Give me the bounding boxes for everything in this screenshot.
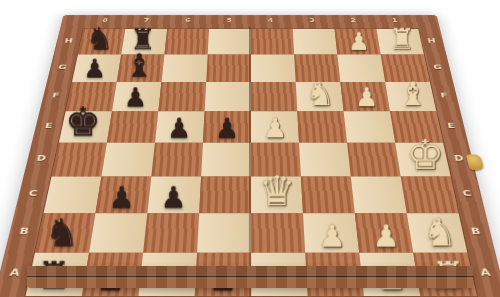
coordinate-label: E xyxy=(442,121,460,129)
coordinate-label: F xyxy=(436,91,453,99)
square-g5[interactable] xyxy=(206,54,251,81)
square-f1[interactable]: ♝ xyxy=(385,81,436,110)
coordinate-label: H xyxy=(424,37,440,44)
square-d5[interactable] xyxy=(201,142,251,176)
square-f8[interactable] xyxy=(66,81,117,110)
coordinate-label: 2 xyxy=(346,17,361,23)
coordinate-label: 3 xyxy=(305,17,319,23)
square-g4[interactable] xyxy=(251,54,296,81)
square-f4[interactable] xyxy=(251,81,297,110)
square-e7[interactable] xyxy=(107,111,158,142)
square-e3[interactable] xyxy=(297,111,347,142)
square-c3[interactable] xyxy=(301,176,355,213)
square-d3[interactable] xyxy=(299,142,351,176)
black-pawn-piece[interactable]: ♟ xyxy=(89,182,154,211)
black-pawn-piece[interactable]: ♟ xyxy=(141,182,206,211)
coordinate-label: 4 xyxy=(264,17,278,23)
coordinate-label: 5 xyxy=(222,17,236,23)
square-h7[interactable]: ♜ xyxy=(121,29,167,55)
square-b3[interactable]: ♟ xyxy=(303,213,359,253)
square-g1[interactable] xyxy=(381,54,430,81)
coordinate-label: H xyxy=(61,37,77,44)
square-b1[interactable]: ♞ xyxy=(407,213,468,253)
front-edge-grain xyxy=(27,266,473,288)
square-h6[interactable] xyxy=(164,29,209,55)
coordinate-label: G xyxy=(429,63,445,70)
coordinate-label: 6 xyxy=(181,17,195,23)
square-h5[interactable] xyxy=(208,29,251,55)
square-d8[interactable] xyxy=(52,142,107,176)
square-c5[interactable] xyxy=(199,176,251,213)
square-f5[interactable] xyxy=(205,81,251,110)
square-b4[interactable] xyxy=(251,213,305,253)
square-h8[interactable]: ♞ xyxy=(78,29,125,55)
photo-scene: ♞♜♟♜♟♝♟♞♟♝♚♟♟♟♚♟♟♛♞♟♟♞♜♟♟♟♜ HHGGFFEEDDCC… xyxy=(0,0,500,297)
square-h4[interactable] xyxy=(251,29,294,55)
square-c7[interactable]: ♟ xyxy=(95,176,151,213)
square-e4[interactable]: ♟ xyxy=(251,111,299,142)
coordinate-label: F xyxy=(47,91,64,99)
coordinate-label: E xyxy=(40,121,58,129)
square-b2[interactable]: ♟ xyxy=(355,213,413,253)
square-h1[interactable]: ♜ xyxy=(376,29,423,55)
square-b6[interactable] xyxy=(143,213,199,253)
square-d4[interactable] xyxy=(251,142,301,176)
square-c8[interactable] xyxy=(44,176,102,213)
square-f2[interactable]: ♟ xyxy=(340,81,390,110)
square-f7[interactable]: ♟ xyxy=(112,81,161,110)
square-g6[interactable] xyxy=(161,54,207,81)
coordinate-label: 1 xyxy=(387,17,402,23)
square-d2[interactable] xyxy=(347,142,401,176)
black-pawn-piece[interactable]: ♟ xyxy=(197,114,257,141)
square-h3[interactable] xyxy=(293,29,338,55)
square-g3[interactable] xyxy=(294,54,340,81)
coordinate-label: 8 xyxy=(98,17,113,23)
square-e1[interactable] xyxy=(390,111,443,142)
square-c2[interactable] xyxy=(351,176,407,213)
black-pawn-piece[interactable]: ♟ xyxy=(149,114,209,141)
square-d7[interactable] xyxy=(101,142,155,176)
black-pawn-piece[interactable]: ♟ xyxy=(106,83,164,109)
square-g7[interactable]: ♝ xyxy=(117,54,165,81)
board-front-edge xyxy=(27,266,473,288)
square-g8[interactable]: ♟ xyxy=(72,54,121,81)
square-h2[interactable]: ♟ xyxy=(335,29,381,55)
square-b7[interactable] xyxy=(89,213,147,253)
white-pawn-piece[interactable]: ♟ xyxy=(245,114,305,141)
square-c6[interactable]: ♟ xyxy=(147,176,201,213)
brass-clasp-icon xyxy=(466,154,484,170)
square-e2[interactable] xyxy=(344,111,396,142)
square-b5[interactable] xyxy=(197,213,251,253)
square-f6[interactable] xyxy=(158,81,206,110)
square-b8[interactable]: ♞ xyxy=(35,213,95,253)
coordinate-label: 7 xyxy=(139,17,154,23)
square-e8[interactable]: ♚ xyxy=(59,111,112,142)
square-d1[interactable]: ♚ xyxy=(395,142,450,176)
square-c1[interactable] xyxy=(401,176,459,213)
chess-board: ♞♜♟♜♟♝♟♞♟♝♚♟♟♟♚♟♟♛♞♟♟♞♜♟♟♟♜ HHGGFFEEDDCC… xyxy=(0,15,500,297)
square-d6[interactable] xyxy=(151,142,203,176)
square-g2[interactable] xyxy=(337,54,385,81)
coordinate-label: G xyxy=(54,63,70,70)
square-f3[interactable]: ♞ xyxy=(296,81,344,110)
board-grid: ♞♜♟♜♟♝♟♞♟♝♚♟♟♟♚♟♟♛♞♟♟♞♜♟♟♟♜ xyxy=(24,28,478,296)
square-e6[interactable]: ♟ xyxy=(155,111,205,142)
square-c4[interactable]: ♛ xyxy=(251,176,303,213)
square-e5[interactable]: ♟ xyxy=(203,111,251,142)
